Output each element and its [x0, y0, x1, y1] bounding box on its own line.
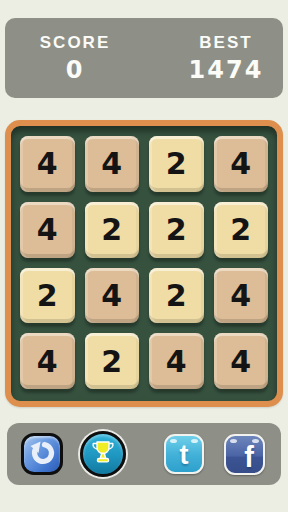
best-section: BEST 1474: [183, 33, 269, 84]
tile: 4: [20, 202, 75, 258]
toolbar: t f: [7, 423, 281, 485]
tile: 4: [149, 333, 204, 389]
tile: 2: [149, 202, 204, 258]
undo-button[interactable]: [21, 433, 63, 475]
best-label: BEST: [199, 33, 252, 53]
best-value: 1474: [189, 56, 264, 84]
trophy-icon: [88, 437, 118, 471]
tile: 2: [85, 202, 140, 258]
score-section: SCORE 0: [27, 33, 123, 84]
score-value: 0: [66, 56, 85, 84]
tile: 2: [149, 136, 204, 192]
tile: 2: [20, 268, 75, 324]
tile: 4: [214, 333, 269, 389]
tile: 4: [214, 268, 269, 324]
tile: 4: [20, 333, 75, 389]
score-panel: SCORE 0 BEST 1474: [5, 18, 283, 98]
twitter-icon: t: [180, 442, 189, 469]
tile: 2: [149, 268, 204, 324]
twitter-button[interactable]: t: [164, 434, 204, 474]
game-board[interactable]: 4 4 2 4 4 2 2 2 2 4 2 4 4 2 4 4: [5, 120, 283, 407]
tile: 2: [214, 202, 269, 258]
achievements-button[interactable]: [80, 431, 126, 477]
facebook-button[interactable]: f: [224, 434, 265, 475]
tile: 4: [20, 136, 75, 192]
tile: 2: [85, 333, 140, 389]
score-label: SCORE: [40, 33, 110, 53]
tile: 4: [214, 136, 269, 192]
tile: 4: [85, 136, 140, 192]
undo-arrow-icon: [26, 436, 58, 472]
facebook-icon: f: [244, 443, 254, 472]
tile: 4: [85, 268, 140, 324]
